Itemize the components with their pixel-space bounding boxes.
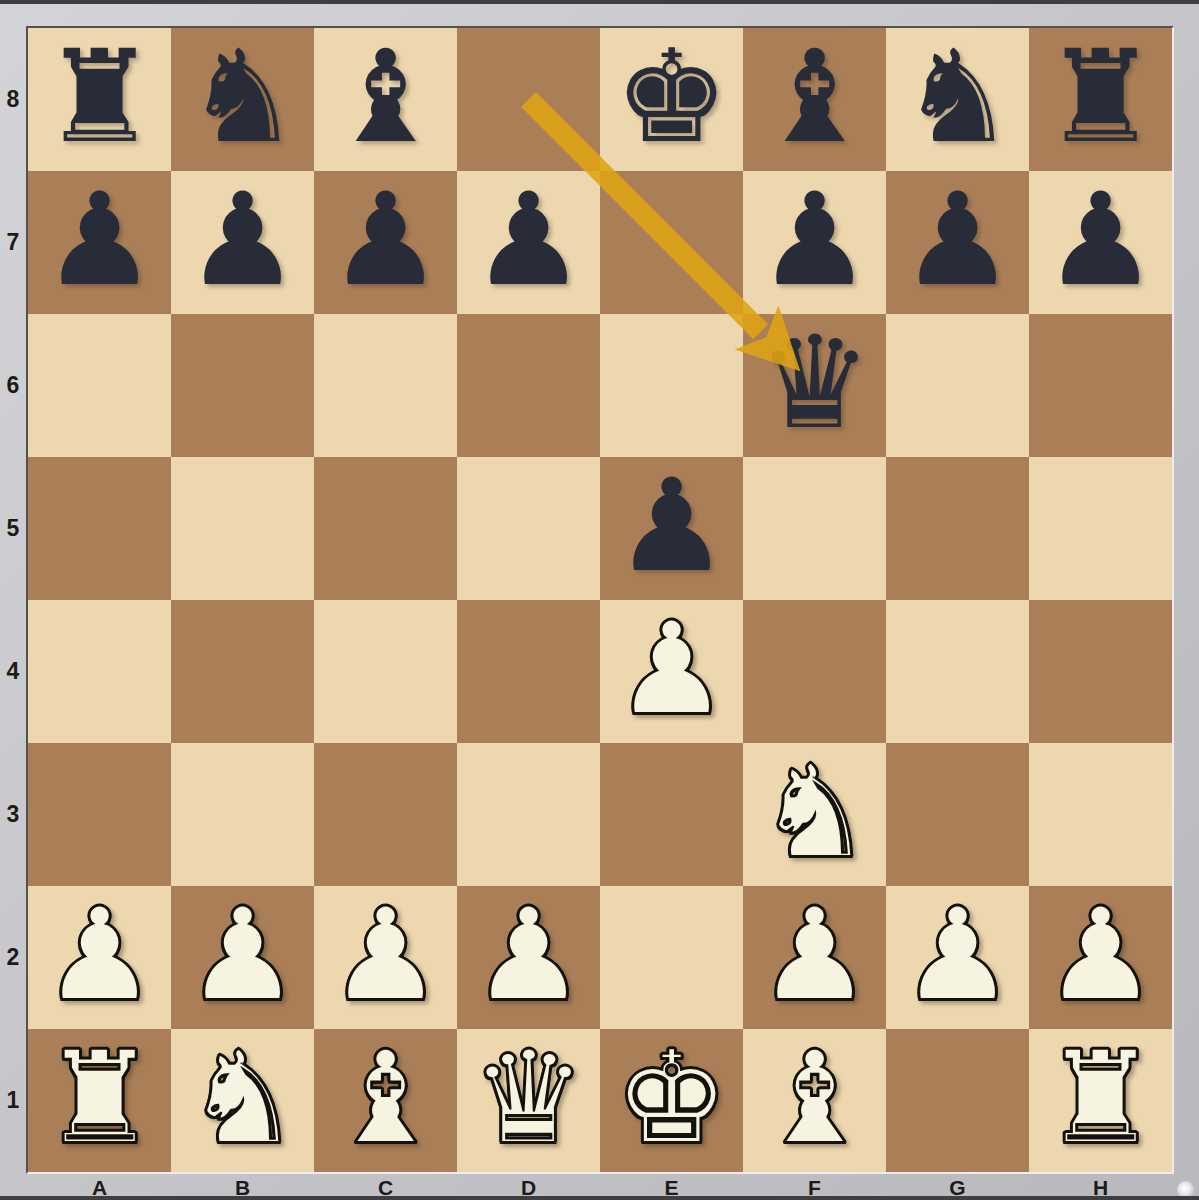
piece-white-pawn: ♟ xyxy=(42,891,157,1019)
piece-white-rook: ♜ xyxy=(42,1034,157,1162)
rank-labels: 87654321 xyxy=(0,28,26,1172)
rank-label-4: 4 xyxy=(0,600,26,743)
square-f8[interactable]: ♝ xyxy=(743,28,886,171)
rank-label-2: 2 xyxy=(0,886,26,1029)
file-label-c: C xyxy=(314,1176,457,1200)
square-h5[interactable] xyxy=(1029,457,1172,600)
piece-white-pawn: ♟ xyxy=(471,891,586,1019)
piece-black-queen: ♛ xyxy=(757,319,872,447)
square-h3[interactable] xyxy=(1029,743,1172,886)
square-g8[interactable]: ♞ xyxy=(886,28,1029,171)
piece-black-pawn: ♟ xyxy=(42,176,157,304)
square-g2[interactable]: ♟ xyxy=(886,886,1029,1029)
square-h2[interactable]: ♟ xyxy=(1029,886,1172,1029)
square-d1[interactable]: ♛ xyxy=(457,1029,600,1172)
piece-black-bishop: ♝ xyxy=(328,33,443,161)
board-frame: 87654321 ♜♞♝♚♝♞♜♟♟♟♟♟♟♟♛♟♟♞♟♟♟♟♟♟♟♜♞♝♛♚♝… xyxy=(0,0,1199,1200)
piece-white-knight: ♞ xyxy=(185,1034,300,1162)
square-c7[interactable]: ♟ xyxy=(314,171,457,314)
square-d6[interactable] xyxy=(457,314,600,457)
piece-white-king: ♚ xyxy=(614,1034,729,1162)
piece-black-pawn: ♟ xyxy=(471,176,586,304)
rank-label-8: 8 xyxy=(0,28,26,171)
square-e1[interactable]: ♚ xyxy=(600,1029,743,1172)
square-c3[interactable] xyxy=(314,743,457,886)
square-f3[interactable]: ♞ xyxy=(743,743,886,886)
square-e3[interactable] xyxy=(600,743,743,886)
square-c2[interactable]: ♟ xyxy=(314,886,457,1029)
square-f7[interactable]: ♟ xyxy=(743,171,886,314)
rank-label-3: 3 xyxy=(0,743,26,886)
piece-black-king: ♚ xyxy=(614,33,729,161)
square-f6[interactable]: ♛ xyxy=(743,314,886,457)
square-c4[interactable] xyxy=(314,600,457,743)
square-b1[interactable]: ♞ xyxy=(171,1029,314,1172)
square-b7[interactable]: ♟ xyxy=(171,171,314,314)
square-e4[interactable]: ♟ xyxy=(600,600,743,743)
piece-white-pawn: ♟ xyxy=(328,891,443,1019)
square-b2[interactable]: ♟ xyxy=(171,886,314,1029)
chess-board: ♜♞♝♚♝♞♜♟♟♟♟♟♟♟♛♟♟♞♟♟♟♟♟♟♟♜♞♝♛♚♝♜ xyxy=(28,28,1172,1172)
square-d3[interactable] xyxy=(457,743,600,886)
square-g3[interactable] xyxy=(886,743,1029,886)
square-b3[interactable] xyxy=(171,743,314,886)
square-a7[interactable]: ♟ xyxy=(28,171,171,314)
square-c8[interactable]: ♝ xyxy=(314,28,457,171)
square-f4[interactable] xyxy=(743,600,886,743)
piece-black-pawn: ♟ xyxy=(185,176,300,304)
piece-white-pawn: ♟ xyxy=(1043,891,1158,1019)
square-f2[interactable]: ♟ xyxy=(743,886,886,1029)
piece-white-pawn: ♟ xyxy=(614,605,729,733)
square-a5[interactable] xyxy=(28,457,171,600)
square-c1[interactable]: ♝ xyxy=(314,1029,457,1172)
piece-black-knight: ♞ xyxy=(185,33,300,161)
piece-black-pawn: ♟ xyxy=(614,462,729,590)
square-g4[interactable] xyxy=(886,600,1029,743)
square-h6[interactable] xyxy=(1029,314,1172,457)
rank-label-6: 6 xyxy=(0,314,26,457)
piece-white-pawn: ♟ xyxy=(757,891,872,1019)
square-h1[interactable]: ♜ xyxy=(1029,1029,1172,1172)
rank-label-7: 7 xyxy=(0,171,26,314)
file-label-b: B xyxy=(171,1176,314,1200)
square-b4[interactable] xyxy=(171,600,314,743)
square-d8[interactable] xyxy=(457,28,600,171)
piece-black-pawn: ♟ xyxy=(900,176,1015,304)
square-f1[interactable]: ♝ xyxy=(743,1029,886,1172)
file-label-e: E xyxy=(600,1176,743,1200)
square-e8[interactable]: ♚ xyxy=(600,28,743,171)
piece-white-knight: ♞ xyxy=(757,748,872,876)
square-a6[interactable] xyxy=(28,314,171,457)
piece-black-pawn: ♟ xyxy=(328,176,443,304)
square-f5[interactable] xyxy=(743,457,886,600)
square-c6[interactable] xyxy=(314,314,457,457)
square-h8[interactable]: ♜ xyxy=(1029,28,1172,171)
square-d7[interactable]: ♟ xyxy=(457,171,600,314)
file-label-g: G xyxy=(886,1176,1029,1200)
rank-label-5: 5 xyxy=(0,457,26,600)
piece-white-pawn: ♟ xyxy=(185,891,300,1019)
square-g1[interactable] xyxy=(886,1029,1029,1172)
piece-white-bishop: ♝ xyxy=(757,1034,872,1162)
piece-white-queen: ♛ xyxy=(471,1034,586,1162)
square-a1[interactable]: ♜ xyxy=(28,1029,171,1172)
square-a2[interactable]: ♟ xyxy=(28,886,171,1029)
square-e7[interactable] xyxy=(600,171,743,314)
piece-black-knight: ♞ xyxy=(900,33,1015,161)
square-c5[interactable] xyxy=(314,457,457,600)
square-g6[interactable] xyxy=(886,314,1029,457)
square-e2[interactable] xyxy=(600,886,743,1029)
piece-black-rook: ♜ xyxy=(42,33,157,161)
square-d4[interactable] xyxy=(457,600,600,743)
square-h7[interactable]: ♟ xyxy=(1029,171,1172,314)
square-a3[interactable] xyxy=(28,743,171,886)
file-label-h: H xyxy=(1029,1176,1172,1200)
piece-black-bishop: ♝ xyxy=(757,33,872,161)
piece-white-pawn: ♟ xyxy=(900,891,1015,1019)
square-e5[interactable]: ♟ xyxy=(600,457,743,600)
rank-label-1: 1 xyxy=(0,1029,26,1172)
frame-corner-dot xyxy=(1177,1181,1194,1198)
square-d2[interactable]: ♟ xyxy=(457,886,600,1029)
square-e6[interactable] xyxy=(600,314,743,457)
square-g7[interactable]: ♟ xyxy=(886,171,1029,314)
square-b8[interactable]: ♞ xyxy=(171,28,314,171)
piece-white-rook: ♜ xyxy=(1043,1034,1158,1162)
piece-black-rook: ♜ xyxy=(1043,33,1158,161)
square-a8[interactable]: ♜ xyxy=(28,28,171,171)
square-g5[interactable] xyxy=(886,457,1029,600)
piece-black-pawn: ♟ xyxy=(1043,176,1158,304)
board-bevel: ♜♞♝♚♝♞♜♟♟♟♟♟♟♟♛♟♟♞♟♟♟♟♟♟♟♜♞♝♛♚♝♜ xyxy=(26,26,1174,1174)
square-a4[interactable] xyxy=(28,600,171,743)
piece-white-bishop: ♝ xyxy=(328,1034,443,1162)
square-b5[interactable] xyxy=(171,457,314,600)
file-label-a: A xyxy=(28,1176,171,1200)
file-label-d: D xyxy=(457,1176,600,1200)
square-b6[interactable] xyxy=(171,314,314,457)
piece-black-pawn: ♟ xyxy=(757,176,872,304)
file-label-f: F xyxy=(743,1176,886,1200)
file-labels: ABCDEFGH xyxy=(28,1176,1172,1200)
square-d5[interactable] xyxy=(457,457,600,600)
square-h4[interactable] xyxy=(1029,600,1172,743)
